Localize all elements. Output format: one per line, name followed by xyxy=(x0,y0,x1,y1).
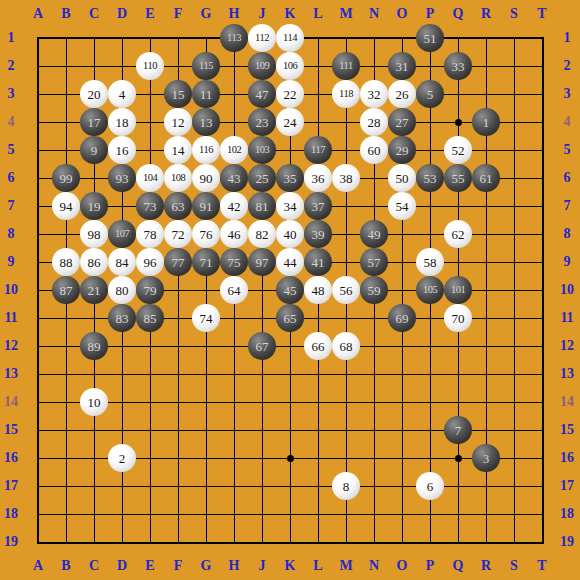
move-number: 22 xyxy=(284,88,297,101)
stones-layer: 1234567891011121314151617181920212223242… xyxy=(24,24,556,556)
stone-black-37: 37 xyxy=(304,192,332,220)
move-number: 60 xyxy=(368,144,381,157)
row-label-right-2: 2 xyxy=(556,52,578,80)
stone-black-5: 5 xyxy=(416,80,444,108)
row-labels-left: 12345678910111213141516171819 xyxy=(0,24,22,556)
move-number: 16 xyxy=(116,144,129,157)
col-label-top-F: F xyxy=(164,4,192,24)
stone-black-1: 1 xyxy=(472,108,500,136)
stone-black-51: 51 xyxy=(416,24,444,52)
row-label-right-3: 3 xyxy=(556,80,578,108)
move-number: 3 xyxy=(483,452,490,465)
col-label-top-C: C xyxy=(80,4,108,24)
move-number: 18 xyxy=(116,116,129,129)
col-label-top-A: A xyxy=(24,4,52,24)
stone-white-58: 58 xyxy=(416,248,444,276)
col-label-top-N: N xyxy=(360,4,388,24)
row-label-left-18: 18 xyxy=(0,500,22,528)
stone-white-84: 84 xyxy=(108,248,136,276)
move-number: 38 xyxy=(340,172,353,185)
move-number: 69 xyxy=(396,312,409,325)
stone-white-28: 28 xyxy=(360,108,388,136)
move-number: 113 xyxy=(227,33,241,44)
stone-black-9: 9 xyxy=(80,136,108,164)
stone-black-99: 99 xyxy=(52,164,80,192)
move-number: 80 xyxy=(116,284,129,297)
move-number: 105 xyxy=(423,285,437,296)
move-number: 86 xyxy=(88,256,101,269)
row-label-left-5: 5 xyxy=(0,136,22,164)
move-number: 39 xyxy=(312,228,325,241)
move-number: 107 xyxy=(115,229,129,240)
move-number: 79 xyxy=(144,284,157,297)
stone-black-113: 113 xyxy=(220,24,248,52)
col-label-top-H: H xyxy=(220,4,248,24)
stone-black-75: 75 xyxy=(220,248,248,276)
move-number: 7 xyxy=(455,424,462,437)
move-number: 99 xyxy=(60,172,73,185)
row-label-left-14: 14 xyxy=(0,388,22,416)
move-number: 54 xyxy=(396,200,409,213)
stone-black-39: 39 xyxy=(304,220,332,248)
move-number: 27 xyxy=(396,116,409,129)
move-number: 13 xyxy=(200,116,213,129)
move-number: 26 xyxy=(396,88,409,101)
move-number: 74 xyxy=(200,312,213,325)
col-label-bottom-T: T xyxy=(528,556,556,576)
row-label-left-1: 1 xyxy=(0,24,22,52)
row-label-left-7: 7 xyxy=(0,192,22,220)
row-label-left-19: 19 xyxy=(0,528,22,556)
stone-white-88: 88 xyxy=(52,248,80,276)
move-number: 90 xyxy=(200,172,213,185)
row-label-right-5: 5 xyxy=(556,136,578,164)
move-number: 63 xyxy=(172,200,185,213)
stone-white-44: 44 xyxy=(276,248,304,276)
stone-black-29: 29 xyxy=(388,136,416,164)
row-label-left-8: 8 xyxy=(0,220,22,248)
move-number: 14 xyxy=(172,144,185,157)
move-number: 65 xyxy=(284,312,297,325)
move-number: 98 xyxy=(88,228,101,241)
col-label-bottom-M: M xyxy=(332,556,360,576)
move-number: 114 xyxy=(283,33,297,44)
row-label-left-16: 16 xyxy=(0,444,22,472)
stone-white-42: 42 xyxy=(220,192,248,220)
col-label-top-E: E xyxy=(136,4,164,24)
stone-black-77: 77 xyxy=(164,248,192,276)
move-number: 94 xyxy=(60,200,73,213)
col-label-bottom-C: C xyxy=(80,556,108,576)
stone-white-40: 40 xyxy=(276,220,304,248)
move-number: 109 xyxy=(255,61,269,72)
move-number: 11 xyxy=(200,88,213,101)
stone-white-46: 46 xyxy=(220,220,248,248)
move-number: 77 xyxy=(172,256,185,269)
stone-white-66: 66 xyxy=(304,332,332,360)
stone-black-107: 107 xyxy=(108,220,136,248)
row-label-left-12: 12 xyxy=(0,332,22,360)
stone-black-49: 49 xyxy=(360,220,388,248)
col-label-bottom-S: S xyxy=(500,556,528,576)
col-label-bottom-O: O xyxy=(388,556,416,576)
row-label-left-9: 9 xyxy=(0,248,22,276)
move-number: 21 xyxy=(88,284,101,297)
stone-white-112: 112 xyxy=(248,24,276,52)
row-label-left-4: 4 xyxy=(0,108,22,136)
column-labels-bottom: ABCDEFGHJKLMNOPQRST xyxy=(24,556,556,576)
row-label-right-19: 19 xyxy=(556,528,578,556)
stone-black-17: 17 xyxy=(80,108,108,136)
row-label-left-13: 13 xyxy=(0,360,22,388)
stone-black-61: 61 xyxy=(472,164,500,192)
move-number: 96 xyxy=(144,256,157,269)
stone-white-98: 98 xyxy=(80,220,108,248)
stone-black-69: 69 xyxy=(388,304,416,332)
move-number: 41 xyxy=(312,256,325,269)
stone-white-50: 50 xyxy=(388,164,416,192)
col-label-bottom-Q: Q xyxy=(444,556,472,576)
stone-black-13: 13 xyxy=(192,108,220,136)
stone-white-4: 4 xyxy=(108,80,136,108)
row-label-left-17: 17 xyxy=(0,472,22,500)
stone-black-101: 101 xyxy=(444,276,472,304)
stone-black-25: 25 xyxy=(248,164,276,192)
move-number: 91 xyxy=(200,200,213,213)
stone-white-76: 76 xyxy=(192,220,220,248)
move-number: 66 xyxy=(312,340,325,353)
stone-white-6: 6 xyxy=(416,472,444,500)
move-number: 2 xyxy=(119,452,126,465)
col-label-top-P: P xyxy=(416,4,444,24)
stone-white-110: 110 xyxy=(136,52,164,80)
column-labels-top: ABCDEFGHJKLMNOPQRST xyxy=(24,4,556,24)
stone-white-48: 48 xyxy=(304,276,332,304)
move-number: 12 xyxy=(172,116,185,129)
move-number: 116 xyxy=(199,145,213,156)
move-number: 31 xyxy=(396,60,409,73)
col-label-bottom-E: E xyxy=(136,556,164,576)
row-label-right-9: 9 xyxy=(556,248,578,276)
stone-black-115: 115 xyxy=(192,52,220,80)
move-number: 85 xyxy=(144,312,157,325)
move-number: 72 xyxy=(172,228,185,241)
stone-white-82: 82 xyxy=(248,220,276,248)
move-number: 88 xyxy=(60,256,73,269)
stone-black-19: 19 xyxy=(80,192,108,220)
row-label-right-11: 11 xyxy=(556,304,578,332)
move-number: 50 xyxy=(396,172,409,185)
move-number: 82 xyxy=(256,228,269,241)
stone-black-111: 111 xyxy=(332,52,360,80)
move-number: 37 xyxy=(312,200,325,213)
col-label-top-K: K xyxy=(276,4,304,24)
move-number: 106 xyxy=(283,61,297,72)
stone-black-81: 81 xyxy=(248,192,276,220)
row-label-right-15: 15 xyxy=(556,416,578,444)
stone-black-89: 89 xyxy=(80,332,108,360)
stone-black-65: 65 xyxy=(276,304,304,332)
move-number: 6 xyxy=(427,480,434,493)
col-label-top-D: D xyxy=(108,4,136,24)
row-label-right-16: 16 xyxy=(556,444,578,472)
stone-black-7: 7 xyxy=(444,416,472,444)
move-number: 59 xyxy=(368,284,381,297)
move-number: 24 xyxy=(284,116,297,129)
move-number: 23 xyxy=(256,116,269,129)
move-number: 58 xyxy=(424,256,437,269)
col-label-bottom-J: J xyxy=(248,556,276,576)
col-label-top-G: G xyxy=(192,4,220,24)
move-number: 25 xyxy=(256,172,269,185)
move-number: 118 xyxy=(339,89,353,100)
row-label-right-12: 12 xyxy=(556,332,578,360)
move-number: 76 xyxy=(200,228,213,241)
stone-white-90: 90 xyxy=(192,164,220,192)
move-number: 34 xyxy=(284,200,297,213)
col-label-top-J: J xyxy=(248,4,276,24)
move-number: 36 xyxy=(312,172,325,185)
move-number: 40 xyxy=(284,228,297,241)
stone-white-60: 60 xyxy=(360,136,388,164)
move-number: 83 xyxy=(116,312,129,325)
move-number: 15 xyxy=(172,88,185,101)
stone-white-22: 22 xyxy=(276,80,304,108)
row-labels-right: 12345678910111213141516171819 xyxy=(556,24,578,556)
move-number: 20 xyxy=(88,88,101,101)
stone-white-106: 106 xyxy=(276,52,304,80)
stone-black-41: 41 xyxy=(304,248,332,276)
move-number: 61 xyxy=(480,172,493,185)
stone-white-54: 54 xyxy=(388,192,416,220)
move-number: 44 xyxy=(284,256,297,269)
move-number: 117 xyxy=(311,145,325,156)
col-label-bottom-R: R xyxy=(472,556,500,576)
stone-white-68: 68 xyxy=(332,332,360,360)
stone-black-45: 45 xyxy=(276,276,304,304)
col-label-bottom-L: L xyxy=(304,556,332,576)
row-label-right-18: 18 xyxy=(556,500,578,528)
row-label-right-17: 17 xyxy=(556,472,578,500)
stone-white-52: 52 xyxy=(444,136,472,164)
stone-black-103: 103 xyxy=(248,136,276,164)
move-number: 56 xyxy=(340,284,353,297)
col-label-top-Q: Q xyxy=(444,4,472,24)
move-number: 47 xyxy=(256,88,269,101)
move-number: 64 xyxy=(228,284,241,297)
move-number: 57 xyxy=(368,256,381,269)
stone-black-87: 87 xyxy=(52,276,80,304)
col-label-bottom-F: F xyxy=(164,556,192,576)
stone-white-38: 38 xyxy=(332,164,360,192)
row-label-right-4: 4 xyxy=(556,108,578,136)
col-label-bottom-H: H xyxy=(220,556,248,576)
move-number: 102 xyxy=(227,145,241,156)
move-number: 112 xyxy=(255,33,269,44)
move-number: 55 xyxy=(452,172,465,185)
stone-white-10: 10 xyxy=(80,388,108,416)
stone-white-2: 2 xyxy=(108,444,136,472)
move-number: 17 xyxy=(88,116,101,129)
stone-black-93: 93 xyxy=(108,164,136,192)
stone-white-62: 62 xyxy=(444,220,472,248)
move-number: 111 xyxy=(339,61,352,72)
move-number: 81 xyxy=(256,200,269,213)
move-number: 53 xyxy=(424,172,437,185)
move-number: 84 xyxy=(116,256,129,269)
stone-black-109: 109 xyxy=(248,52,276,80)
col-label-bottom-D: D xyxy=(108,556,136,576)
move-number: 89 xyxy=(88,340,101,353)
stone-black-3: 3 xyxy=(472,444,500,472)
col-label-top-S: S xyxy=(500,4,528,24)
stone-black-63: 63 xyxy=(164,192,192,220)
stone-white-34: 34 xyxy=(276,192,304,220)
stone-white-64: 64 xyxy=(220,276,248,304)
stone-black-73: 73 xyxy=(136,192,164,220)
move-number: 42 xyxy=(228,200,241,213)
stone-white-24: 24 xyxy=(276,108,304,136)
move-number: 104 xyxy=(143,173,157,184)
stone-white-108: 108 xyxy=(164,164,192,192)
move-number: 108 xyxy=(171,173,185,184)
move-number: 33 xyxy=(452,60,465,73)
row-label-right-1: 1 xyxy=(556,24,578,52)
move-number: 73 xyxy=(144,200,157,213)
move-number: 67 xyxy=(256,340,269,353)
move-number: 68 xyxy=(340,340,353,353)
col-label-top-B: B xyxy=(52,4,80,24)
move-number: 49 xyxy=(368,228,381,241)
stone-black-27: 27 xyxy=(388,108,416,136)
stone-white-114: 114 xyxy=(276,24,304,52)
move-number: 62 xyxy=(452,228,465,241)
col-label-bottom-B: B xyxy=(52,556,80,576)
stone-white-96: 96 xyxy=(136,248,164,276)
move-number: 9 xyxy=(91,144,98,157)
stone-white-94: 94 xyxy=(52,192,80,220)
stone-white-18: 18 xyxy=(108,108,136,136)
stone-white-12: 12 xyxy=(164,108,192,136)
stone-white-86: 86 xyxy=(80,248,108,276)
stone-black-43: 43 xyxy=(220,164,248,192)
move-number: 28 xyxy=(368,116,381,129)
move-number: 52 xyxy=(452,144,465,157)
stone-black-67: 67 xyxy=(248,332,276,360)
row-label-right-7: 7 xyxy=(556,192,578,220)
stone-white-16: 16 xyxy=(108,136,136,164)
stone-white-32: 32 xyxy=(360,80,388,108)
col-label-bottom-K: K xyxy=(276,556,304,576)
move-number: 29 xyxy=(396,144,409,157)
stone-black-57: 57 xyxy=(360,248,388,276)
move-number: 87 xyxy=(60,284,73,297)
row-label-left-3: 3 xyxy=(0,80,22,108)
row-label-right-6: 6 xyxy=(556,164,578,192)
move-number: 43 xyxy=(228,172,241,185)
stone-black-55: 55 xyxy=(444,164,472,192)
row-label-left-10: 10 xyxy=(0,276,22,304)
stone-black-31: 31 xyxy=(388,52,416,80)
stone-black-91: 91 xyxy=(192,192,220,220)
col-label-bottom-G: G xyxy=(192,556,220,576)
move-number: 75 xyxy=(228,256,241,269)
stone-black-97: 97 xyxy=(248,248,276,276)
move-number: 51 xyxy=(424,32,437,45)
move-number: 115 xyxy=(199,61,213,72)
row-label-right-14: 14 xyxy=(556,388,578,416)
stone-white-70: 70 xyxy=(444,304,472,332)
stone-black-85: 85 xyxy=(136,304,164,332)
row-label-left-11: 11 xyxy=(0,304,22,332)
col-label-top-L: L xyxy=(304,4,332,24)
move-number: 10 xyxy=(88,396,101,409)
move-number: 78 xyxy=(144,228,157,241)
move-number: 5 xyxy=(427,88,434,101)
col-label-top-M: M xyxy=(332,4,360,24)
col-label-top-R: R xyxy=(472,4,500,24)
stone-black-35: 35 xyxy=(276,164,304,192)
stone-black-33: 33 xyxy=(444,52,472,80)
move-number: 97 xyxy=(256,256,269,269)
stone-black-71: 71 xyxy=(192,248,220,276)
row-label-right-13: 13 xyxy=(556,360,578,388)
stone-white-14: 14 xyxy=(164,136,192,164)
col-label-top-T: T xyxy=(528,4,556,24)
col-label-bottom-P: P xyxy=(416,556,444,576)
row-label-right-10: 10 xyxy=(556,276,578,304)
move-number: 32 xyxy=(368,88,381,101)
stone-white-26: 26 xyxy=(388,80,416,108)
stone-black-79: 79 xyxy=(136,276,164,304)
stone-white-72: 72 xyxy=(164,220,192,248)
row-label-left-6: 6 xyxy=(0,164,22,192)
move-number: 101 xyxy=(451,285,465,296)
move-number: 35 xyxy=(284,172,297,185)
stone-white-116: 116 xyxy=(192,136,220,164)
col-label-bottom-A: A xyxy=(24,556,52,576)
stone-white-56: 56 xyxy=(332,276,360,304)
stone-white-118: 118 xyxy=(332,80,360,108)
stone-black-105: 105 xyxy=(416,276,444,304)
stone-black-47: 47 xyxy=(248,80,276,108)
stone-black-21: 21 xyxy=(80,276,108,304)
move-number: 103 xyxy=(255,145,269,156)
move-number: 70 xyxy=(452,312,465,325)
move-number: 48 xyxy=(312,284,325,297)
stone-black-83: 83 xyxy=(108,304,136,332)
row-label-left-2: 2 xyxy=(0,52,22,80)
stone-white-104: 104 xyxy=(136,164,164,192)
move-number: 46 xyxy=(228,228,241,241)
stone-white-78: 78 xyxy=(136,220,164,248)
move-number: 93 xyxy=(116,172,129,185)
stone-white-20: 20 xyxy=(80,80,108,108)
stone-black-53: 53 xyxy=(416,164,444,192)
stone-white-80: 80 xyxy=(108,276,136,304)
go-board-diagram: 1234567891011121314151617181920212223242… xyxy=(0,0,580,580)
stone-black-59: 59 xyxy=(360,276,388,304)
move-number: 8 xyxy=(343,480,350,493)
move-number: 45 xyxy=(284,284,297,297)
stone-black-11: 11 xyxy=(192,80,220,108)
row-label-left-15: 15 xyxy=(0,416,22,444)
move-number: 71 xyxy=(200,256,213,269)
move-number: 19 xyxy=(88,200,101,213)
move-number: 110 xyxy=(143,61,157,72)
stone-white-8: 8 xyxy=(332,472,360,500)
col-label-top-O: O xyxy=(388,4,416,24)
